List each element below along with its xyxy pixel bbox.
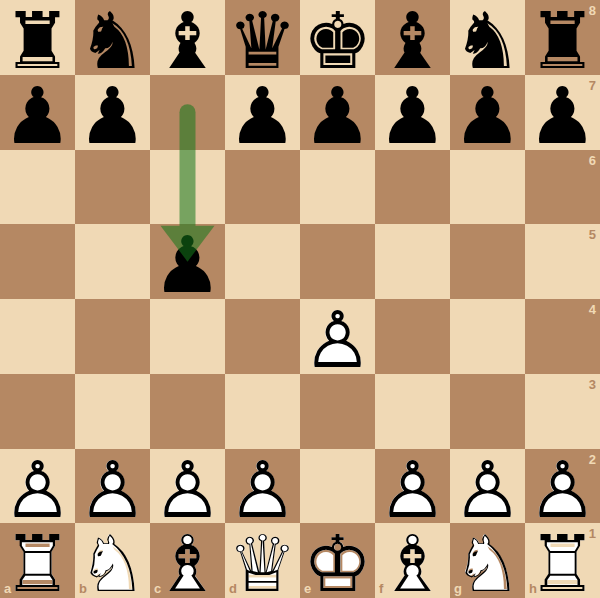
square-g4[interactable]: [450, 299, 525, 374]
square-e1[interactable]: ♚♔e: [300, 523, 375, 598]
square-f7[interactable]: ♟: [375, 75, 450, 150]
square-f5[interactable]: [375, 224, 450, 299]
square-b4[interactable]: [75, 299, 150, 374]
square-b8[interactable]: ♞: [75, 0, 150, 75]
white-queen[interactable]: ♛♕: [225, 523, 300, 598]
square-g8[interactable]: ♞: [450, 0, 525, 75]
black-pawn[interactable]: ♟: [75, 75, 150, 150]
square-c3[interactable]: [150, 374, 225, 449]
square-d7[interactable]: ♟: [225, 75, 300, 150]
black-pawn[interactable]: ♟: [0, 75, 75, 150]
square-a5[interactable]: [0, 224, 75, 299]
piece-glyph: ♟: [228, 77, 298, 155]
black-pawn[interactable]: ♟: [150, 224, 225, 299]
square-g3[interactable]: [450, 374, 525, 449]
square-e2[interactable]: [300, 449, 375, 524]
rank-label-4: 4: [589, 303, 596, 316]
square-b7[interactable]: ♟: [75, 75, 150, 150]
piece-glyph: ♜: [528, 2, 598, 80]
piece-glyph-outline: ♙: [78, 451, 148, 529]
square-c5[interactable]: ♟: [150, 224, 225, 299]
black-king[interactable]: ♚: [300, 0, 375, 75]
square-e4[interactable]: ♟♙: [300, 299, 375, 374]
piece-glyph-outline: ♔: [303, 525, 373, 598]
piece-glyph: ♛: [228, 2, 298, 80]
square-h3[interactable]: 3: [525, 374, 600, 449]
piece-glyph-outline: ♙: [228, 451, 298, 529]
square-f4[interactable]: [375, 299, 450, 374]
piece-glyph-outline: ♙: [378, 451, 448, 529]
piece-glyph-outline: ♖: [528, 525, 598, 598]
white-rook[interactable]: ♜♖: [0, 523, 75, 598]
square-c2[interactable]: ♟♙: [150, 449, 225, 524]
piece-glyph: ♞: [453, 2, 523, 80]
black-pawn[interactable]: ♟: [450, 75, 525, 150]
black-pawn[interactable]: ♟: [525, 75, 600, 150]
square-d5[interactable]: [225, 224, 300, 299]
piece-glyph: ♚: [303, 2, 373, 80]
square-e8[interactable]: ♚: [300, 0, 375, 75]
square-d2[interactable]: ♟♙: [225, 449, 300, 524]
piece-glyph: ♟: [78, 77, 148, 155]
square-e5[interactable]: [300, 224, 375, 299]
square-f1[interactable]: ♝♗f: [375, 523, 450, 598]
black-bishop[interactable]: ♝: [150, 0, 225, 75]
piece-glyph-outline: ♙: [153, 451, 223, 529]
white-knight[interactable]: ♞♘: [450, 523, 525, 598]
piece-glyph: ♝: [153, 2, 223, 80]
white-bishop[interactable]: ♝♗: [375, 523, 450, 598]
piece-glyph: ♟: [378, 77, 448, 155]
black-pawn[interactable]: ♟: [300, 75, 375, 150]
piece-glyph: ♟: [303, 77, 373, 155]
chess-board: ♜♞♝♛♚♝♞♜8♟♟♟♟♟♟♟76♟5♟♙43♟♙♟♙♟♙♟♙♟♙♟♙♟♙2♜…: [0, 0, 600, 598]
piece-glyph-outline: ♖: [3, 525, 73, 598]
piece-glyph-outline: ♕: [228, 525, 298, 598]
square-a1[interactable]: ♜♖a: [0, 523, 75, 598]
square-a3[interactable]: [0, 374, 75, 449]
piece-glyph-outline: ♗: [378, 525, 448, 598]
piece-glyph: ♞: [78, 2, 148, 80]
piece-glyph-outline: ♙: [303, 301, 373, 379]
square-h2[interactable]: ♟♙2: [525, 449, 600, 524]
piece-glyph: ♟: [453, 77, 523, 155]
square-b3[interactable]: [75, 374, 150, 449]
white-pawn[interactable]: ♟♙: [75, 449, 150, 524]
piece-glyph: ♝: [378, 2, 448, 80]
piece-glyph: ♜: [3, 2, 73, 80]
white-knight[interactable]: ♞♘: [75, 523, 150, 598]
piece-glyph-outline: ♘: [453, 525, 523, 598]
white-bishop[interactable]: ♝♗: [150, 523, 225, 598]
black-knight[interactable]: ♞: [75, 0, 150, 75]
square-a8[interactable]: ♜: [0, 0, 75, 75]
white-pawn[interactable]: ♟♙: [525, 449, 600, 524]
square-g1[interactable]: ♞♘g: [450, 523, 525, 598]
black-rook[interactable]: ♜: [0, 0, 75, 75]
square-c8[interactable]: ♝: [150, 0, 225, 75]
square-h5[interactable]: 5: [525, 224, 600, 299]
square-d4[interactable]: [225, 299, 300, 374]
white-pawn[interactable]: ♟♙: [0, 449, 75, 524]
black-rook[interactable]: ♜: [525, 0, 600, 75]
square-h8[interactable]: ♜8: [525, 0, 600, 75]
piece-glyph-outline: ♙: [3, 451, 73, 529]
square-g2[interactable]: ♟♙: [450, 449, 525, 524]
square-e7[interactable]: ♟: [300, 75, 375, 150]
square-g5[interactable]: [450, 224, 525, 299]
piece-glyph-outline: ♗: [153, 525, 223, 598]
piece-glyph: ♟: [3, 77, 73, 155]
square-f2[interactable]: ♟♙: [375, 449, 450, 524]
white-pawn[interactable]: ♟♙: [300, 299, 375, 374]
white-pawn[interactable]: ♟♙: [450, 449, 525, 524]
square-b5[interactable]: [75, 224, 150, 299]
piece-glyph-outline: ♙: [453, 451, 523, 529]
black-knight[interactable]: ♞: [450, 0, 525, 75]
square-h4[interactable]: 4: [525, 299, 600, 374]
white-pawn[interactable]: ♟♙: [375, 449, 450, 524]
black-bishop[interactable]: ♝: [375, 0, 450, 75]
black-pawn[interactable]: ♟: [375, 75, 450, 150]
square-d3[interactable]: [225, 374, 300, 449]
rank-label-3: 3: [589, 378, 596, 391]
square-f3[interactable]: [375, 374, 450, 449]
square-c6[interactable]: [150, 150, 225, 225]
rank-label-5: 5: [589, 228, 596, 241]
white-pawn[interactable]: ♟♙: [150, 449, 225, 524]
square-b1[interactable]: ♞♘b: [75, 523, 150, 598]
white-rook[interactable]: ♜♖: [525, 523, 600, 598]
square-c1[interactable]: ♝♗c: [150, 523, 225, 598]
piece-glyph-outline: ♙: [528, 451, 598, 529]
square-d1[interactable]: ♛♕d: [225, 523, 300, 598]
white-pawn[interactable]: ♟♙: [225, 449, 300, 524]
square-g7[interactable]: ♟: [450, 75, 525, 150]
piece-glyph-outline: ♘: [78, 525, 148, 598]
white-king[interactable]: ♚♔: [300, 523, 375, 598]
square-a7[interactable]: ♟: [0, 75, 75, 150]
square-f8[interactable]: ♝: [375, 0, 450, 75]
piece-glyph: ♟: [153, 226, 223, 304]
square-d8[interactable]: ♛: [225, 0, 300, 75]
square-h1[interactable]: ♜♖1h: [525, 523, 600, 598]
black-queen[interactable]: ♛: [225, 0, 300, 75]
square-a2[interactable]: ♟♙: [0, 449, 75, 524]
square-h7[interactable]: ♟7: [525, 75, 600, 150]
piece-glyph: ♟: [528, 77, 598, 155]
square-a4[interactable]: [0, 299, 75, 374]
chess-app: ♜♞♝♛♚♝♞♜8♟♟♟♟♟♟♟76♟5♟♙43♟♙♟♙♟♙♟♙♟♙♟♙♟♙2♜…: [0, 0, 600, 598]
black-pawn[interactable]: ♟: [225, 75, 300, 150]
square-b2[interactable]: ♟♙: [75, 449, 150, 524]
